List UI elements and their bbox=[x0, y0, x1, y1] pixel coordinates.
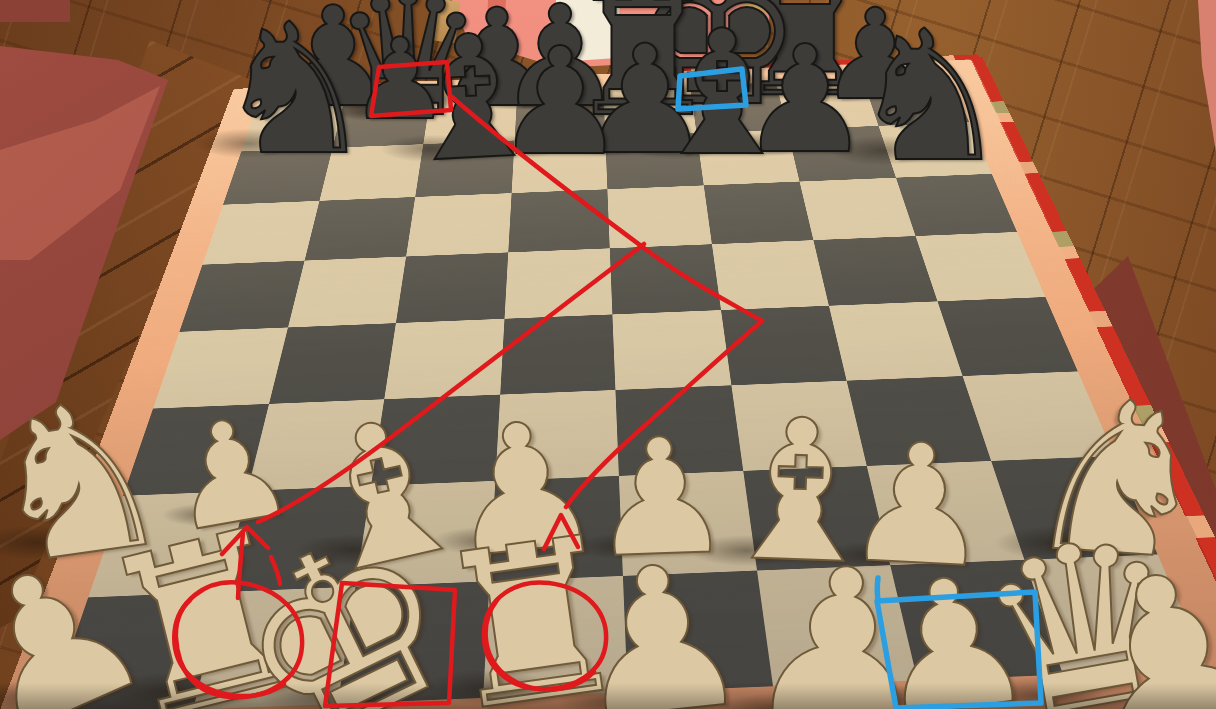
square-b2[interactable] bbox=[222, 486, 371, 592]
square-e2[interactable] bbox=[619, 471, 757, 576]
square-d8[interactable] bbox=[514, 89, 605, 140]
square-h6[interactable] bbox=[896, 174, 1017, 236]
square-c3[interactable] bbox=[371, 394, 500, 486]
square-d7[interactable] bbox=[511, 137, 607, 193]
square-e4[interactable] bbox=[612, 310, 731, 390]
square-f1[interactable] bbox=[757, 565, 918, 686]
square-g7[interactable] bbox=[787, 126, 895, 182]
square-b5[interactable] bbox=[288, 256, 406, 327]
square-a8[interactable] bbox=[241, 100, 344, 151]
square-b8[interactable] bbox=[332, 96, 430, 147]
square-c6[interactable] bbox=[406, 193, 511, 256]
square-e3[interactable] bbox=[615, 385, 742, 476]
board-edge-trim-top bbox=[640, 54, 980, 73]
square-d3[interactable] bbox=[495, 390, 619, 481]
square-h4[interactable] bbox=[937, 297, 1078, 376]
square-d2[interactable] bbox=[489, 476, 623, 581]
square-e6[interactable] bbox=[607, 185, 711, 248]
square-b3[interactable] bbox=[247, 399, 384, 491]
square-e1[interactable] bbox=[623, 570, 773, 692]
square-f6[interactable] bbox=[703, 182, 813, 244]
square-d1[interactable] bbox=[483, 576, 628, 698]
square-f4[interactable] bbox=[721, 306, 847, 385]
square-f3[interactable] bbox=[731, 380, 867, 470]
square-c7[interactable] bbox=[415, 140, 514, 197]
chess-board bbox=[0, 59, 1216, 709]
square-h5[interactable] bbox=[915, 232, 1045, 302]
square-a1[interactable] bbox=[48, 592, 222, 709]
square-e5[interactable] bbox=[610, 244, 721, 314]
square-d5[interactable] bbox=[504, 248, 612, 319]
square-a3[interactable] bbox=[123, 404, 269, 496]
square-b7[interactable] bbox=[319, 144, 423, 201]
square-e8[interactable] bbox=[603, 86, 696, 137]
square-d4[interactable] bbox=[500, 314, 616, 394]
square-c2[interactable] bbox=[356, 481, 495, 586]
square-d6[interactable] bbox=[508, 189, 610, 252]
square-c5[interactable] bbox=[396, 252, 508, 323]
square-c1[interactable] bbox=[338, 581, 490, 704]
square-h8[interactable] bbox=[862, 76, 969, 126]
square-f2[interactable] bbox=[743, 466, 890, 570]
square-a7[interactable] bbox=[223, 148, 332, 205]
square-c8[interactable] bbox=[423, 93, 517, 144]
square-e7[interactable] bbox=[605, 133, 703, 189]
square-a5[interactable] bbox=[179, 260, 304, 331]
square-f7[interactable] bbox=[696, 129, 799, 185]
square-a4[interactable] bbox=[153, 327, 288, 408]
board-tilt-wrapper bbox=[0, 0, 1216, 709]
chess-scene: ♟♛♟♟♜♚♜♟♞♟♝♟♟♝♟♞♞♟♝♟♟♝♟♞♟♜♚♜♟♟♟♛♟ bbox=[0, 0, 1216, 709]
square-c4[interactable] bbox=[384, 319, 504, 399]
square-g8[interactable] bbox=[776, 79, 878, 129]
square-f5[interactable] bbox=[712, 240, 829, 310]
square-h7[interactable] bbox=[878, 122, 992, 178]
square-f8[interactable] bbox=[690, 82, 787, 133]
square-a6[interactable] bbox=[203, 201, 320, 265]
square-b6[interactable] bbox=[304, 197, 415, 260]
left-armchair-corner bbox=[0, 0, 70, 22]
square-b4[interactable] bbox=[269, 323, 396, 404]
square-a2[interactable] bbox=[88, 491, 247, 597]
